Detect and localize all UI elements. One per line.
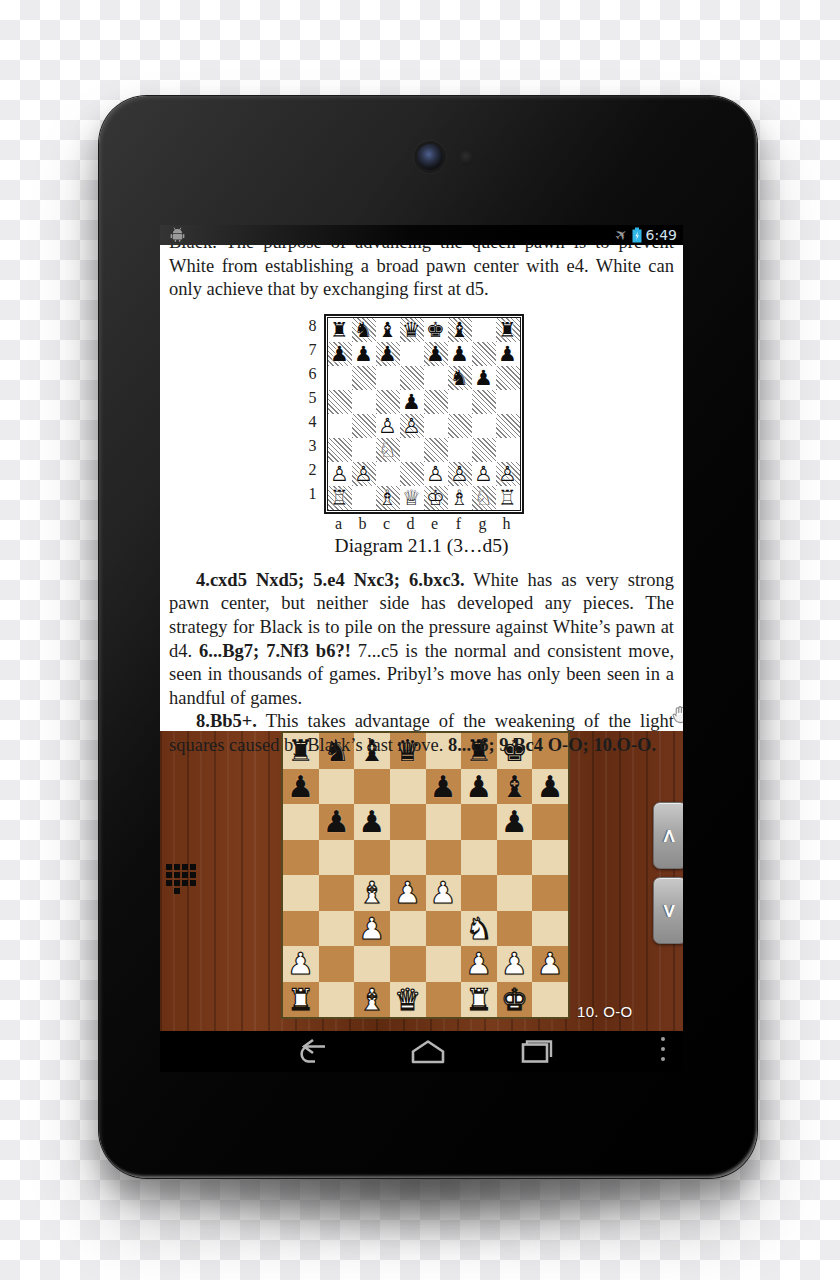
square: ♖ [328, 486, 352, 510]
square[interactable] [283, 840, 319, 876]
square[interactable]: ♟ [461, 769, 497, 805]
chess-piece: ♔ [426, 486, 445, 510]
square[interactable] [390, 804, 426, 840]
chess-piece: ♟ [501, 804, 528, 839]
chess-piece: ♜ [465, 982, 492, 1017]
chess-piece: ♟ [465, 946, 492, 981]
square [328, 390, 352, 414]
square: ♕ [400, 486, 424, 510]
square: ♝ [376, 318, 400, 342]
coordinate-label: e [423, 514, 447, 533]
chess-piece: ♜ [498, 318, 517, 342]
square: ♟ [448, 342, 472, 366]
square [472, 414, 496, 438]
coordinate-label: 1 [304, 482, 324, 506]
square[interactable]: ♞ [461, 911, 497, 947]
chess-piece: ♟ [537, 946, 564, 981]
chess-piece: ♟ [354, 342, 373, 366]
coordinate-label: d [399, 514, 423, 533]
square [400, 366, 424, 390]
square [448, 438, 472, 462]
android-navigation-bar [160, 1031, 683, 1072]
square [472, 342, 496, 366]
tablet-screen: Black. The purpose of advancing the quee… [160, 225, 683, 1072]
chess-piece: ♟ [378, 342, 397, 366]
square[interactable] [354, 769, 390, 805]
chess-piece: ♞ [354, 318, 373, 342]
square [400, 342, 424, 366]
chess-piece: ♛ [394, 982, 421, 1017]
chess-piece: ♟ [394, 875, 421, 910]
chess-piece: ♘ [378, 438, 397, 462]
square [376, 462, 400, 486]
viewer-chessboard: ♜♞♝♛♜♚♟♟♟♝♟♟♟♟♝♟♟♟♞♟♟♟♟♜♝♛♜♚ [281, 731, 570, 1019]
chess-piece: ♝ [450, 318, 469, 342]
square: ♙ [328, 462, 352, 486]
book-page: Black. The purpose of advancing the quee… [160, 225, 683, 731]
square[interactable] [532, 840, 568, 876]
square [448, 414, 472, 438]
square [448, 390, 472, 414]
chess-piece: ♙ [402, 414, 421, 438]
square[interactable] [497, 875, 533, 911]
square[interactable]: ♟ [390, 875, 426, 911]
square[interactable] [319, 875, 355, 911]
chess-piece: ♗ [450, 486, 469, 510]
square: ♛ [400, 318, 424, 342]
coordinate-label: g [471, 514, 495, 533]
square[interactable]: ♝ [354, 875, 390, 911]
chess-piece: ♙ [474, 462, 493, 486]
square [376, 366, 400, 390]
square[interactable] [532, 875, 568, 911]
coordinate-label: h [495, 514, 519, 533]
chess-piece: ♟ [430, 769, 457, 804]
square[interactable] [319, 911, 355, 947]
square: ♙ [424, 462, 448, 486]
square[interactable]: ♟ [532, 769, 568, 805]
square[interactable] [426, 804, 462, 840]
chess-piece: ♝ [378, 318, 397, 342]
chess-piece: ♟ [465, 769, 492, 804]
android-robot-icon [169, 227, 186, 242]
square[interactable]: ♚ [497, 982, 533, 1018]
chess-piece: ♟ [323, 804, 350, 839]
square[interactable]: ♟ [532, 946, 568, 982]
square: ♙ [352, 462, 376, 486]
chess-piece: ♝ [359, 982, 386, 1017]
square: ♞ [448, 366, 472, 390]
square[interactable] [532, 911, 568, 947]
chess-piece: ♚ [426, 318, 445, 342]
light-sensor [459, 150, 474, 165]
status-clock: 6:49 [646, 225, 679, 245]
grid-menu-icon[interactable] [166, 864, 196, 897]
square[interactable] [532, 982, 568, 1018]
square: ♔ [424, 486, 448, 510]
square: ♘ [376, 438, 400, 462]
previous-move-label: < [659, 828, 681, 844]
square [352, 390, 376, 414]
chess-piece: ♙ [426, 462, 445, 486]
coordinate-label: 6 [304, 362, 324, 386]
next-move-label: > [659, 903, 681, 919]
square[interactable] [390, 911, 426, 947]
square[interactable] [390, 946, 426, 982]
square[interactable]: ♟ [283, 946, 319, 982]
square[interactable]: ♛ [390, 982, 426, 1018]
next-move-button[interactable]: > [653, 877, 683, 944]
square[interactable] [390, 840, 426, 876]
square [496, 366, 520, 390]
square[interactable] [354, 840, 390, 876]
diagram-rank-labels: 87654321 [304, 314, 324, 514]
coordinate-label: c [375, 514, 399, 533]
square: ♙ [472, 462, 496, 486]
square[interactable] [390, 769, 426, 805]
square [400, 462, 424, 486]
chess-piece: ♙ [498, 462, 517, 486]
square[interactable] [426, 840, 462, 876]
recents-button[interactable] [519, 1038, 555, 1065]
square: ♜ [496, 318, 520, 342]
chess-piece: ♟ [402, 390, 421, 414]
square[interactable] [461, 875, 497, 911]
chess-piece: ♝ [501, 769, 528, 804]
chess-piece: ♜ [287, 982, 314, 1017]
front-camera [417, 144, 443, 170]
square [472, 438, 496, 462]
battery-charging-icon [632, 227, 642, 243]
square [496, 390, 520, 414]
diagram-chessboard: ♜♞♝♛♚♝♜♟♟♟♟♟♟♞♟♟♙♙♘♙♙♙♙♙♙♖♗♕♔♗♘♖ [327, 317, 521, 511]
chess-piece: ♗ [378, 486, 397, 510]
chess-piece: ♖ [330, 486, 349, 510]
coordinate-label: 2 [304, 458, 324, 482]
square [352, 438, 376, 462]
square: ♖ [496, 486, 520, 510]
coordinate-label: f [447, 514, 471, 533]
square [424, 390, 448, 414]
square: ♗ [376, 486, 400, 510]
square [400, 438, 424, 462]
square: ♟ [472, 366, 496, 390]
square[interactable]: ♜ [283, 982, 319, 1018]
coordinate-label: 4 [304, 410, 324, 434]
square[interactable] [461, 840, 497, 876]
chess-piece: ♕ [402, 486, 421, 510]
square [328, 438, 352, 462]
chess-piece: ♜ [330, 318, 349, 342]
square: ♟ [352, 342, 376, 366]
chess-piece: ♟ [430, 875, 457, 910]
tablet-device: Black. The purpose of advancing the quee… [99, 96, 757, 1178]
chess-piece: ♟ [501, 946, 528, 981]
paragraph-moves-2: 8.Bb5+. This takes advantage of the weak… [169, 710, 674, 757]
square: ♜ [328, 318, 352, 342]
home-button[interactable] [410, 1038, 446, 1065]
square: ♝ [448, 318, 472, 342]
square [328, 366, 352, 390]
square[interactable] [319, 946, 355, 982]
chess-piece: ♞ [450, 366, 469, 390]
square [472, 318, 496, 342]
coordinate-label: 7 [304, 338, 324, 362]
square[interactable] [461, 804, 497, 840]
diagram-file-labels: abcdefgh [327, 514, 540, 533]
coordinate-label: 5 [304, 386, 324, 410]
square[interactable]: ♟ [319, 804, 355, 840]
chess-piece: ♙ [378, 414, 397, 438]
square[interactable]: ♟ [354, 911, 390, 947]
square[interactable]: ♟ [497, 946, 533, 982]
coordinate-label: 8 [304, 314, 324, 338]
square: ♗ [448, 486, 472, 510]
square: ♙ [400, 414, 424, 438]
square[interactable]: ♜ [461, 982, 497, 1018]
printed-diagram: 87654321 ♜♞♝♛♚♝♜♟♟♟♟♟♟♞♟♟♙♙♘♙♙♙♙♙♙♖♗♕♔♗♘… [304, 314, 540, 557]
square: ♟ [376, 342, 400, 366]
chess-piece: ♝ [359, 875, 386, 910]
square: ♙ [376, 414, 400, 438]
previous-move-button[interactable]: < [653, 802, 683, 869]
square[interactable] [319, 769, 355, 805]
chess-piece: ♙ [354, 462, 373, 486]
chess-piece: ♙ [450, 462, 469, 486]
square [424, 414, 448, 438]
square: ♟ [424, 342, 448, 366]
coordinate-label: a [327, 514, 351, 533]
square[interactable]: ♟ [461, 946, 497, 982]
square[interactable] [354, 946, 390, 982]
coordinate-label: b [351, 514, 375, 533]
square[interactable]: ♟ [426, 769, 462, 805]
square [496, 414, 520, 438]
square [352, 486, 376, 510]
square[interactable] [426, 946, 462, 982]
coordinate-label: 3 [304, 434, 324, 458]
chess-piece: ♙ [330, 462, 349, 486]
chess-piece: ♟ [426, 342, 445, 366]
status-bar: ✈ 6:49 [160, 225, 683, 245]
square[interactable] [497, 911, 533, 947]
square: ♟ [496, 342, 520, 366]
book-text: Black. The purpose of advancing the quee… [160, 225, 683, 758]
chess-piece: ♟ [359, 911, 386, 946]
square: ♚ [424, 318, 448, 342]
square [328, 414, 352, 438]
chess-piece: ♟ [450, 342, 469, 366]
square: ♟ [328, 342, 352, 366]
chess-piece: ♟ [287, 769, 314, 804]
airplane-mode-icon: ✈ [610, 225, 632, 247]
square [376, 390, 400, 414]
diagram-board-frame: ♜♞♝♛♚♝♜♟♟♟♟♟♟♞♟♟♙♙♘♙♙♙♙♙♙♖♗♕♔♗♘♖ [324, 314, 524, 514]
square [496, 438, 520, 462]
chess-piece: ♛ [402, 318, 421, 342]
menu-overflow-button[interactable] [661, 1037, 665, 1061]
square: ♘ [472, 486, 496, 510]
square[interactable] [497, 840, 533, 876]
square [472, 390, 496, 414]
square: ♙ [496, 462, 520, 486]
square[interactable] [283, 875, 319, 911]
paragraph-moves-1: 4.cxd5 Nxd5; 5.e4 Nxc3; 6.bxc3. White ha… [169, 569, 674, 711]
square[interactable]: ♟ [354, 804, 390, 840]
square[interactable]: ♝ [354, 982, 390, 1018]
chess-piece: ♞ [465, 911, 492, 946]
square[interactable] [532, 804, 568, 840]
square [424, 438, 448, 462]
chess-piece: ♖ [498, 486, 517, 510]
square [352, 366, 376, 390]
square[interactable]: ♟ [426, 875, 462, 911]
grab-hand-icon [670, 704, 683, 726]
back-button[interactable] [293, 1038, 329, 1065]
chess-piece: ♟ [330, 342, 349, 366]
chess-piece: ♘ [474, 486, 493, 510]
square: ♙ [448, 462, 472, 486]
current-move-label: 10. O-O [577, 1003, 632, 1020]
chess-piece: ♟ [537, 769, 564, 804]
chess-piece: ♟ [498, 342, 517, 366]
square[interactable] [319, 982, 355, 1018]
square[interactable] [426, 911, 462, 947]
square[interactable]: ♟ [497, 804, 533, 840]
square: ♟ [400, 390, 424, 414]
square [352, 414, 376, 438]
square[interactable] [426, 982, 462, 1018]
chess-piece: ♟ [474, 366, 493, 390]
square[interactable] [283, 804, 319, 840]
square: ♞ [352, 318, 376, 342]
chess-piece: ♚ [501, 982, 528, 1017]
square [424, 366, 448, 390]
square[interactable] [319, 840, 355, 876]
chess-piece: ♟ [287, 946, 314, 981]
square[interactable] [283, 911, 319, 947]
chess-piece: ♟ [359, 804, 386, 839]
diagram-caption: Diagram 21.1 (3…d5) [304, 534, 540, 557]
square[interactable]: ♟ [283, 769, 319, 805]
square[interactable]: ♝ [497, 769, 533, 805]
chess-viewer-panel: ♜♞♝♛♜♚♟♟♟♝♟♟♟♟♝♟♟♟♞♟♟♟♟♜♝♛♜♚ < > 10. O-O [160, 731, 683, 1031]
